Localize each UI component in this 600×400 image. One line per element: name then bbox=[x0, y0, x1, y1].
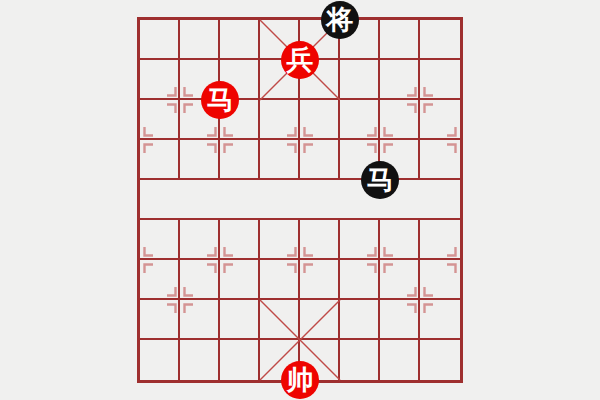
board-cell bbox=[260, 300, 300, 340]
board-cell bbox=[420, 140, 460, 180]
board-cell bbox=[180, 340, 220, 380]
board-cell bbox=[300, 140, 340, 180]
board-cell bbox=[180, 140, 220, 180]
board-cell bbox=[340, 220, 380, 260]
board-cell bbox=[140, 20, 180, 60]
board-cell bbox=[180, 300, 220, 340]
board-cell bbox=[380, 220, 420, 260]
board-cell bbox=[180, 20, 220, 60]
board-cell bbox=[420, 180, 460, 220]
board-cell bbox=[140, 60, 180, 100]
board-cell bbox=[140, 260, 180, 300]
piece-black-horse[interactable]: 马 bbox=[361, 161, 399, 199]
board-cell bbox=[420, 100, 460, 140]
board-cell bbox=[340, 60, 380, 100]
board-cell bbox=[300, 260, 340, 300]
board-cell bbox=[340, 300, 380, 340]
board-cell bbox=[220, 180, 260, 220]
board-cell bbox=[140, 140, 180, 180]
board-cell bbox=[220, 220, 260, 260]
board-cell bbox=[260, 180, 300, 220]
xiangqi-app: 将兵马马帅 bbox=[0, 0, 600, 400]
board-cell bbox=[140, 180, 180, 220]
board-cell bbox=[300, 220, 340, 260]
board-cell bbox=[140, 100, 180, 140]
board-cell bbox=[420, 340, 460, 380]
board-cell bbox=[260, 100, 300, 140]
board-cell bbox=[260, 260, 300, 300]
piece-red-soldier[interactable]: 兵 bbox=[281, 41, 319, 79]
board-cell bbox=[220, 20, 260, 60]
board-cell bbox=[420, 220, 460, 260]
board-cell bbox=[220, 260, 260, 300]
piece-red-general[interactable]: 帅 bbox=[281, 361, 319, 399]
board-cell bbox=[380, 60, 420, 100]
board-cell bbox=[380, 100, 420, 140]
board-cell bbox=[340, 260, 380, 300]
board-cell bbox=[380, 20, 420, 60]
board-cell bbox=[420, 260, 460, 300]
board-cell bbox=[340, 340, 380, 380]
board-cell bbox=[220, 340, 260, 380]
board-cell bbox=[260, 220, 300, 260]
piece-red-horse[interactable]: 马 bbox=[201, 81, 239, 119]
piece-black-general[interactable]: 将 bbox=[321, 1, 359, 39]
board-cell bbox=[180, 220, 220, 260]
board-cell bbox=[340, 100, 380, 140]
board-cell bbox=[380, 300, 420, 340]
board-cell bbox=[300, 180, 340, 220]
board-cell bbox=[420, 60, 460, 100]
board-cell bbox=[260, 140, 300, 180]
board-cell bbox=[420, 300, 460, 340]
board-cell bbox=[380, 260, 420, 300]
board-cell bbox=[420, 20, 460, 60]
board-cell bbox=[300, 100, 340, 140]
board-cell bbox=[180, 260, 220, 300]
board-cell bbox=[140, 220, 180, 260]
board-cell bbox=[380, 340, 420, 380]
board-cell bbox=[220, 140, 260, 180]
board-cell bbox=[220, 300, 260, 340]
board-cell bbox=[140, 340, 180, 380]
board-cell bbox=[140, 300, 180, 340]
board-cell bbox=[300, 300, 340, 340]
board-cell bbox=[180, 180, 220, 220]
